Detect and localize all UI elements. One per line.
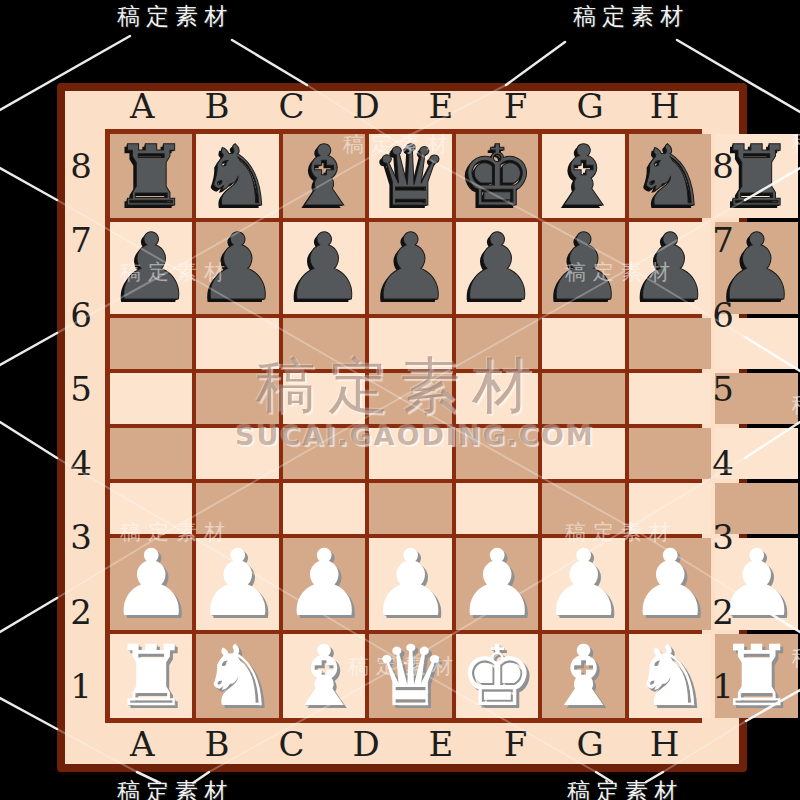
file-label-top-g: G (553, 85, 628, 127)
square-d3[interactable] (369, 483, 451, 534)
square-c3[interactable] (283, 483, 365, 534)
rank-label-left-3: 3 (57, 500, 105, 574)
white-king[interactable]: ♚ (460, 634, 535, 718)
square-f8[interactable]: ♝ (542, 134, 624, 218)
square-b4[interactable] (196, 428, 278, 479)
square-d2[interactable]: ♟ (369, 538, 451, 630)
square-g1[interactable]: ♞ (629, 634, 711, 718)
square-b6[interactable] (196, 318, 278, 369)
rank-label-left-8: 8 (57, 129, 105, 203)
square-b3[interactable] (196, 483, 278, 534)
square-a1[interactable]: ♜ (110, 634, 192, 718)
white-rook[interactable]: ♜ (114, 634, 189, 718)
black-queen[interactable]: ♛ (373, 134, 448, 218)
rank-label-right-2: 2 (702, 575, 744, 649)
board-grid: ♜♞♝♛♚♝♞♜♟♟♟♟♟♟♟♟♟♟♟♟♟♟♟♟♜♞♝♛♚♝♞♜ (105, 129, 702, 723)
square-a3[interactable] (110, 483, 192, 534)
file-labels-bottom: ABCDEFGH (105, 723, 702, 765)
white-knight[interactable]: ♞ (632, 634, 707, 718)
square-f2[interactable]: ♟ (542, 538, 624, 630)
square-f4[interactable] (542, 428, 624, 479)
square-g4[interactable] (629, 428, 711, 479)
square-g3[interactable] (629, 483, 711, 534)
black-pawn[interactable]: ♟ (283, 222, 365, 314)
black-knight[interactable]: ♞ (200, 134, 275, 218)
black-pawn[interactable]: ♟ (456, 222, 538, 314)
file-label-top-f: F (478, 85, 553, 127)
square-a4[interactable] (110, 428, 192, 479)
rank-label-left-7: 7 (57, 203, 105, 277)
screenshot-root: ABCDEFGH ABCDEFGH 87654321 87654321 ♜♞♝♛… (0, 0, 800, 800)
square-e5[interactable] (456, 373, 538, 424)
square-f1[interactable]: ♝ (542, 634, 624, 718)
square-c2[interactable]: ♟ (283, 538, 365, 630)
square-g2[interactable]: ♟ (629, 538, 711, 630)
file-label-bottom-d: D (329, 723, 404, 765)
file-label-top-b: B (180, 85, 255, 127)
file-labels-top: ABCDEFGH (105, 85, 702, 127)
rank-label-left-5: 5 (57, 352, 105, 426)
file-label-top-c: C (254, 85, 329, 127)
file-label-top-e: E (404, 85, 479, 127)
square-c5[interactable] (283, 373, 365, 424)
square-a6[interactable] (110, 318, 192, 369)
rank-label-left-4: 4 (57, 426, 105, 500)
black-pawn[interactable]: ♟ (369, 222, 451, 314)
watermark-brand-top-right: 稿定素材 (573, 1, 689, 32)
square-d4[interactable] (369, 428, 451, 479)
rank-label-left-6: 6 (57, 278, 105, 352)
square-g8[interactable]: ♞ (629, 134, 711, 218)
square-e2[interactable]: ♟ (456, 538, 538, 630)
square-f7[interactable]: ♟ (542, 222, 624, 314)
square-b5[interactable] (196, 373, 278, 424)
square-f5[interactable] (542, 373, 624, 424)
file-label-top-d: D (329, 85, 404, 127)
watermark-brand-top-left: 稿定素材 (117, 1, 233, 32)
rank-label-right-7: 7 (702, 203, 744, 277)
rank-label-right-5: 5 (702, 352, 744, 426)
white-pawn[interactable]: ♟ (283, 538, 365, 630)
rank-label-left-2: 2 (57, 575, 105, 649)
square-b1[interactable]: ♞ (196, 634, 278, 718)
file-label-bottom-b: B (180, 723, 255, 765)
rank-label-right-3: 3 (702, 500, 744, 574)
white-pawn[interactable]: ♟ (196, 538, 278, 630)
black-pawn[interactable]: ♟ (542, 222, 624, 314)
black-king[interactable]: ♚ (460, 134, 535, 218)
square-e4[interactable] (456, 428, 538, 479)
square-d5[interactable] (369, 373, 451, 424)
square-c4[interactable] (283, 428, 365, 479)
black-bishop[interactable]: ♝ (546, 134, 621, 218)
square-b2[interactable]: ♟ (196, 538, 278, 630)
square-f3[interactable] (542, 483, 624, 534)
square-c1[interactable]: ♝ (283, 634, 365, 718)
white-bishop[interactable]: ♝ (287, 634, 362, 718)
square-b7[interactable]: ♟ (196, 222, 278, 314)
black-knight[interactable]: ♞ (632, 134, 707, 218)
square-e6[interactable] (456, 318, 538, 369)
watermark-brand-bottom-right: 稿定素材 (567, 776, 683, 800)
square-c7[interactable]: ♟ (283, 222, 365, 314)
white-queen[interactable]: ♛ (373, 634, 448, 718)
rank-label-right-1: 1 (702, 649, 744, 723)
square-g6[interactable] (629, 318, 711, 369)
white-pawn[interactable]: ♟ (629, 538, 711, 630)
black-rook[interactable]: ♜ (114, 134, 189, 218)
file-label-top-h: H (627, 85, 702, 127)
black-pawn[interactable]: ♟ (196, 222, 278, 314)
square-d1[interactable]: ♛ (369, 634, 451, 718)
square-g5[interactable] (629, 373, 711, 424)
square-c6[interactable] (283, 318, 365, 369)
square-e1[interactable]: ♚ (456, 634, 538, 718)
square-a7[interactable]: ♟ (110, 222, 192, 314)
square-f6[interactable] (542, 318, 624, 369)
black-pawn[interactable]: ♟ (629, 222, 711, 314)
square-c8[interactable]: ♝ (283, 134, 365, 218)
white-bishop[interactable]: ♝ (546, 634, 621, 718)
rank-labels-right: 87654321 (702, 129, 744, 723)
white-pawn[interactable]: ♟ (542, 538, 624, 630)
file-label-bottom-g: G (553, 723, 628, 765)
white-knight[interactable]: ♞ (200, 634, 275, 718)
file-label-bottom-f: F (478, 723, 553, 765)
file-label-bottom-c: C (254, 723, 329, 765)
white-pawn[interactable]: ♟ (110, 538, 192, 630)
file-label-bottom-h: H (627, 723, 702, 765)
square-e8[interactable]: ♚ (456, 134, 538, 218)
file-label-bottom-a: A (105, 723, 180, 765)
white-pawn[interactable]: ♟ (369, 538, 451, 630)
file-label-bottom-e: E (404, 723, 479, 765)
square-a5[interactable] (110, 373, 192, 424)
rank-label-left-1: 1 (57, 649, 105, 723)
rank-label-right-4: 4 (702, 426, 744, 500)
black-bishop[interactable]: ♝ (287, 134, 362, 218)
square-a8[interactable]: ♜ (110, 134, 192, 218)
watermark-brand-bottom-left: 稿定素材 (117, 776, 233, 800)
square-d7[interactable]: ♟ (369, 222, 451, 314)
square-d8[interactable]: ♛ (369, 134, 451, 218)
white-pawn[interactable]: ♟ (456, 538, 538, 630)
rank-label-right-6: 6 (702, 278, 744, 352)
square-e7[interactable]: ♟ (456, 222, 538, 314)
square-d6[interactable] (369, 318, 451, 369)
rank-label-right-8: 8 (702, 129, 744, 203)
square-a2[interactable]: ♟ (110, 538, 192, 630)
file-label-top-a: A (105, 85, 180, 127)
rank-labels-left: 87654321 (57, 129, 105, 723)
square-b8[interactable]: ♞ (196, 134, 278, 218)
black-pawn[interactable]: ♟ (110, 222, 192, 314)
square-g7[interactable]: ♟ (629, 222, 711, 314)
square-e3[interactable] (456, 483, 538, 534)
